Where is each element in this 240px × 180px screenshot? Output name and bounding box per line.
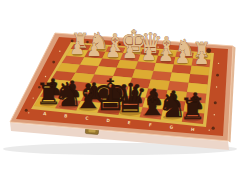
border-knot-ornament [52,61,55,64]
border-dot-ornament [33,97,34,98]
piece-light-pawn: ♟ [175,47,191,67]
border-dot-ornament [28,112,29,113]
piece-light-pawn: ♟ [158,45,174,65]
chess-board: ABCDEFGH♜♞♝♚♛♝♞♜♟♟♟♟♟♟♟♟♟♟♟♟♟♟♟♟♜♞♝♚♛♝♞♜ [0,0,240,180]
piece-light-pawn: ♟ [141,44,157,64]
border-knot-ornament [212,127,215,130]
border-dot-ornament [218,63,219,64]
border-dot-ornament [216,86,217,87]
piece-light-pawn: ♟ [105,41,121,61]
border-knot-ornament [214,101,217,104]
chess-set-product-photo: ABCDEFGH♜♞♝♚♛♝♞♜♟♟♟♟♟♟♟♟♟♟♟♟♟♟♟♟♜♞♝♚♛♝♞♜ [0,0,240,180]
border-dot-ornament [209,129,210,130]
border-knot-ornament [216,74,219,77]
file-letter: C [85,115,89,120]
piece-light-pawn: ♟ [194,48,210,68]
piece-light-pawn: ♟ [70,38,86,58]
border-dot-ornament [59,51,60,52]
border-dot-ornament [214,114,215,115]
piece-dark-rook: ♜ [179,92,205,126]
piece-light-pawn: ♟ [86,40,102,60]
border-knot-ornament [25,109,28,112]
file-letter: F [149,122,153,127]
file-letter: B [64,113,68,118]
piece-light-pawn: ♟ [122,42,138,62]
